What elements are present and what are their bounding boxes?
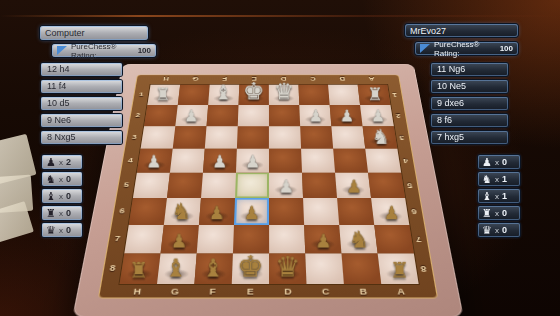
black-pawn: ♟	[234, 204, 269, 222]
square-e2[interactable]	[238, 105, 269, 126]
file-label-bottom: F	[193, 287, 231, 297]
white-knight: ♞	[365, 126, 397, 146]
square-c1[interactable]	[298, 85, 329, 105]
square-b7[interactable]: ♞	[339, 225, 377, 254]
captured-count: 0	[66, 225, 71, 235]
square-c3[interactable]	[300, 126, 333, 149]
white-pawn: ♟	[236, 154, 269, 171]
square-g6[interactable]: ♞	[164, 198, 201, 225]
square-c4[interactable]	[301, 149, 335, 173]
queen-icon: ♛	[482, 225, 492, 236]
square-b3[interactable]	[331, 126, 365, 149]
white-pawn: ♟	[176, 108, 207, 124]
file-label-bottom: C	[307, 287, 345, 297]
white-pawn: ♟	[331, 108, 362, 124]
multiplier-symbol: x	[59, 192, 63, 201]
black-king: ♚	[232, 252, 269, 281]
square-e1[interactable]: ♚	[239, 85, 269, 105]
square-c5[interactable]	[302, 173, 337, 198]
board-marble-frame: ♜♝♚♛♜♟♟♟♟♞♟♟♟♟♟♞♟♟♟♟♟♞♜♝♝♚♛♜ HHGGFFEEDDC…	[72, 64, 464, 316]
square-h4[interactable]: ♟	[137, 149, 173, 173]
move-item: 10 Ne5	[431, 80, 508, 93]
square-a8[interactable]: ♜	[378, 253, 419, 283]
white-rook: ♜	[360, 86, 390, 103]
right-player-name: MrEvo27	[410, 26, 446, 36]
move-item: 12 h4	[41, 63, 122, 76]
move-item: 9 dxe6	[431, 97, 508, 110]
multiplier-symbol: x	[495, 192, 499, 201]
square-h1[interactable]: ♜	[147, 85, 180, 105]
captured-count: 1	[502, 174, 507, 184]
square-f8[interactable]: ♝	[194, 253, 233, 283]
rook-icon: ♜	[46, 208, 56, 219]
square-f2[interactable]	[207, 105, 239, 126]
white-pawn: ♟	[137, 154, 170, 171]
captured-count: 1	[502, 191, 507, 201]
square-d4[interactable]	[269, 149, 302, 173]
left-rating-bar: PureChess® Rating: 100	[52, 44, 156, 57]
left-rating-value: 100	[138, 46, 151, 55]
square-h3[interactable]	[141, 126, 176, 149]
black-pawn: ♟	[305, 232, 341, 251]
file-label-bottom: B	[344, 287, 383, 297]
move-item: 8 f6	[431, 114, 508, 127]
captured-rook-row: ♜x0	[42, 206, 82, 220]
knight-icon: ♞	[482, 174, 492, 185]
multiplier-symbol: x	[495, 209, 499, 218]
bishop-icon: ♝	[46, 191, 56, 202]
right-move-list: 11 Ng610 Ne59 dxe68 f67 hxg5	[431, 63, 508, 148]
square-g5[interactable]	[167, 173, 203, 198]
square-e6[interactable]: ♟	[234, 198, 269, 225]
captured-bishop-row: ♝x0	[42, 189, 82, 203]
move-item: 7 hxg5	[431, 131, 508, 144]
left-player-name: Computer	[45, 28, 85, 38]
multiplier-symbol: x	[495, 226, 499, 235]
file-label-top: G	[180, 76, 210, 82]
white-pawn: ♟	[300, 108, 331, 124]
square-g4[interactable]	[170, 149, 205, 173]
square-c2[interactable]: ♟	[299, 105, 331, 126]
square-d8[interactable]: ♛	[269, 253, 306, 283]
square-c6[interactable]	[303, 198, 339, 225]
square-b5[interactable]: ♟	[335, 173, 371, 198]
captured-queen-row: ♛x0	[478, 223, 520, 237]
white-pawn: ♟	[203, 154, 236, 171]
black-bishop: ♝	[195, 256, 232, 281]
rank-label-left: 7	[108, 225, 127, 254]
right-rating-label: PureChess® Rating:	[434, 40, 496, 58]
square-f4[interactable]: ♟	[203, 149, 237, 173]
move-item: 10 d5	[41, 97, 122, 110]
multiplier-symbol: x	[495, 175, 499, 184]
square-d3[interactable]	[269, 126, 301, 149]
square-b2[interactable]: ♟	[330, 105, 363, 126]
black-rook: ♜	[381, 260, 418, 281]
white-pawn: ♟	[269, 178, 303, 195]
move-item: 8 Nxg5	[41, 131, 122, 144]
square-h8[interactable]: ♜	[120, 253, 161, 283]
captured-bishop-row: ♝x1	[478, 189, 520, 203]
square-f7[interactable]	[197, 225, 234, 254]
bishop-icon: ♝	[482, 191, 492, 202]
rook-icon: ♜	[482, 208, 492, 219]
square-a5[interactable]	[368, 173, 405, 198]
square-b6[interactable]	[337, 198, 374, 225]
board-wood-band: ♜♝♚♛♜♟♟♟♟♞♟♟♟♟♟♞♟♟♟♟♟♞♜♝♝♚♛♜ HHGGFFEEDDC…	[98, 75, 438, 299]
captured-count: 0	[66, 208, 71, 218]
square-a2[interactable]: ♟	[360, 105, 394, 126]
black-pawn: ♟	[199, 204, 234, 222]
multiplier-symbol: x	[59, 175, 63, 184]
right-player-nameplate: MrEvo27	[405, 24, 518, 37]
rank-label-right: 5	[401, 173, 418, 198]
square-f6[interactable]: ♟	[199, 198, 235, 225]
square-g8[interactable]: ♝	[157, 253, 197, 283]
square-h7[interactable]	[124, 225, 164, 254]
square-d2[interactable]	[269, 105, 300, 126]
square-a1[interactable]: ♜	[358, 85, 391, 105]
right-rating-value: 100	[500, 44, 513, 53]
black-rook: ♜	[120, 260, 157, 281]
file-label-bottom: E	[231, 287, 269, 297]
square-h2[interactable]	[144, 105, 178, 126]
file-label-bottom: A	[382, 287, 421, 297]
captured-count: 0	[502, 208, 507, 218]
black-knight: ♞	[164, 200, 199, 222]
knight-icon: ♞	[46, 174, 56, 185]
captured-count: 2	[66, 157, 71, 167]
square-b8[interactable]	[341, 253, 381, 283]
black-bishop: ♝	[157, 256, 194, 281]
board-grid: ♜♝♚♛♜♟♟♟♟♞♟♟♟♟♟♞♟♟♟♟♟♞♜♝♝♚♛♜	[118, 84, 420, 285]
square-f3[interactable]	[205, 126, 238, 149]
square-a4[interactable]	[365, 149, 401, 173]
square-h5[interactable]	[133, 173, 170, 198]
square-e4[interactable]: ♟	[236, 149, 269, 173]
black-pawn: ♟	[374, 204, 409, 222]
square-d7[interactable]	[269, 225, 305, 254]
file-label-top: C	[298, 76, 328, 82]
white-queen: ♛	[269, 80, 299, 103]
square-b4[interactable]	[333, 149, 368, 173]
square-a6[interactable]: ♟	[371, 198, 409, 225]
move-item: 11 f4	[41, 80, 122, 93]
captured-pawn-row: ♟x2	[42, 155, 82, 169]
square-a7[interactable]	[374, 225, 414, 254]
square-g2[interactable]: ♟	[175, 105, 208, 126]
square-g1[interactable]	[178, 85, 210, 105]
square-e3[interactable]	[237, 126, 269, 149]
captured-count: 0	[66, 191, 71, 201]
rank-label-left: 2	[130, 105, 146, 126]
multiplier-symbol: x	[59, 226, 63, 235]
square-d5[interactable]: ♟	[269, 173, 303, 198]
queen-icon: ♛	[46, 225, 56, 236]
square-d6[interactable]	[269, 198, 304, 225]
square-h6[interactable]	[129, 198, 167, 225]
square-e8[interactable]: ♚	[232, 253, 269, 283]
square-g7[interactable]: ♟	[161, 225, 199, 254]
black-queen: ♛	[269, 253, 306, 281]
black-knight: ♞	[341, 228, 377, 251]
captured-count: 0	[66, 174, 71, 184]
file-label-top: B	[327, 76, 357, 82]
file-label-top: A	[357, 76, 387, 82]
left-captured-tray: ♟x2♞x0♝x0♜x0♛x0	[42, 155, 82, 240]
file-label-bottom: G	[156, 287, 195, 297]
multiplier-symbol: x	[495, 158, 499, 167]
square-e5[interactable]	[235, 173, 269, 198]
captured-pawn-row: ♟x0	[478, 155, 520, 169]
pawn-icon: ♟	[46, 157, 56, 168]
square-f5[interactable]	[201, 173, 236, 198]
black-pawn: ♟	[337, 178, 371, 195]
captured-knight-row: ♞x1	[478, 172, 520, 186]
square-b1[interactable]	[328, 85, 360, 105]
right-captured-tray: ♟x0♞x1♝x1♜x0♛x0	[478, 155, 520, 240]
right-rating-bar: PureChess® Rating: 100	[415, 42, 518, 55]
square-d1[interactable]: ♛	[269, 85, 299, 105]
captured-queen-row: ♛x0	[42, 223, 82, 237]
captured-knight-row: ♞x0	[42, 172, 82, 186]
square-c7[interactable]: ♟	[304, 225, 341, 254]
white-bishop: ♝	[208, 83, 238, 103]
multiplier-symbol: x	[59, 158, 63, 167]
left-rating-label: PureChess® Rating:	[71, 42, 134, 60]
purechess-flag-icon	[57, 46, 67, 55]
file-label-bottom: H	[118, 287, 157, 297]
square-f1[interactable]: ♝	[208, 85, 239, 105]
file-label-bottom: D	[269, 287, 307, 297]
move-item: 11 Ng6	[431, 63, 508, 76]
multiplier-symbol: x	[59, 209, 63, 218]
white-king: ♚	[239, 79, 269, 103]
white-rook: ♜	[148, 86, 178, 103]
square-a3[interactable]: ♞	[363, 126, 398, 149]
rank-label-right: 7	[409, 225, 428, 254]
left-move-list: 12 h411 f410 d59 Ne68 Nxg5	[41, 63, 122, 148]
game-scene: ♜♝♚♛♜♟♟♟♟♞♟♟♟♟♟♞♟♟♟♟♟♞♜♝♝♚♛♜ HHGGFFEEDDC…	[0, 0, 560, 316]
square-g3[interactable]	[173, 126, 207, 149]
move-item: 9 Ne6	[41, 114, 122, 127]
file-label-top: H	[151, 76, 181, 82]
purechess-flag-icon	[420, 44, 430, 53]
black-pawn: ♟	[161, 232, 197, 251]
captured-count: 0	[502, 225, 507, 235]
pawn-icon: ♟	[482, 157, 492, 168]
white-pawn: ♟	[362, 108, 393, 124]
square-c8[interactable]	[305, 253, 344, 283]
captured-rook-row: ♜x0	[478, 206, 520, 220]
left-player-nameplate: Computer	[40, 26, 148, 40]
captured-count: 0	[502, 157, 507, 167]
